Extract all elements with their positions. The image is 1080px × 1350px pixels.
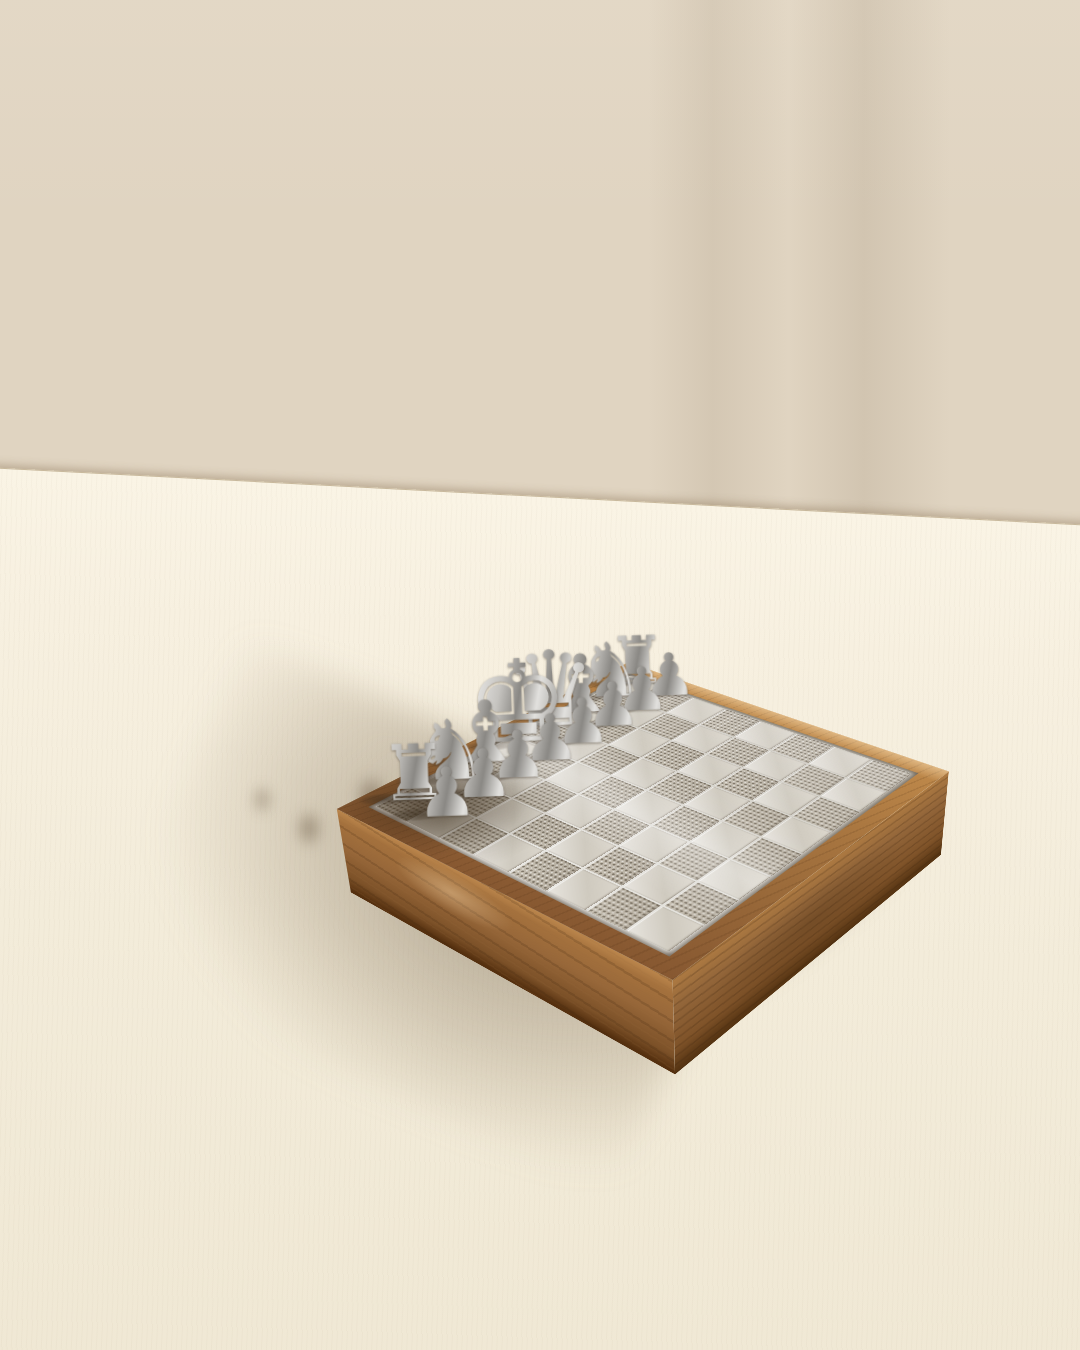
photo-scene: ♜♜♞♞♝♝♚♚♛♛♝♝♞♞♜♜♟♟♟♟♟♟♟♟♟♟♟♟♟♟♟♟ [0, 0, 1080, 1350]
wooden-chess-box: ♜♜♞♞♝♝♚♚♛♛♝♝♞♞♜♜♟♟♟♟♟♟♟♟♟♟♟♟♟♟♟♟ [337, 662, 949, 979]
camera-tilt: ♜♜♞♞♝♝♚♚♛♛♝♝♞♞♜♜♟♟♟♟♟♟♟♟♟♟♟♟♟♟♟♟ [0, 0, 1080, 1350]
square-f8 [792, 797, 859, 831]
piece-pawn-a2: ♟ [377, 760, 517, 826]
